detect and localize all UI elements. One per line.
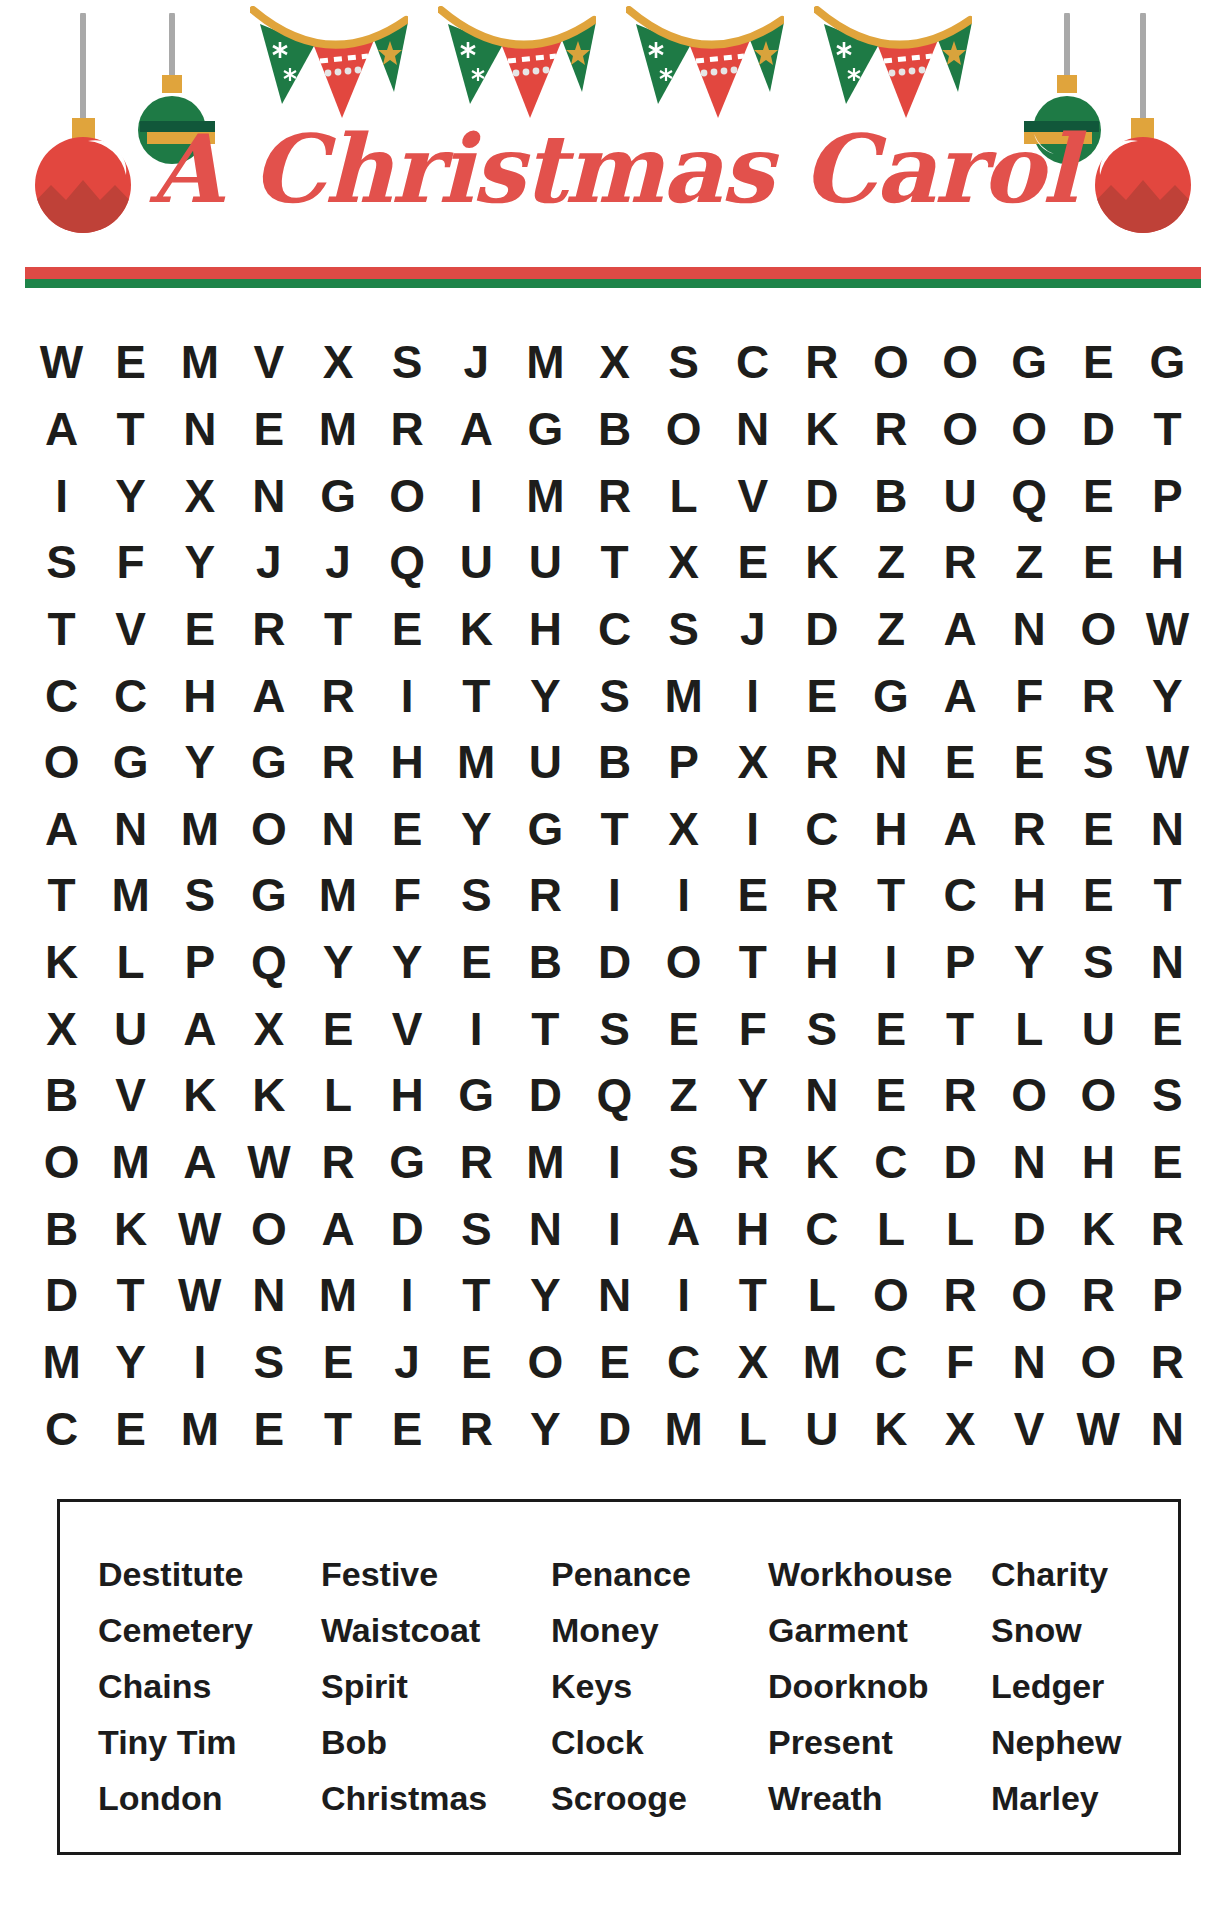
grid-cell[interactable]: A — [303, 1195, 372, 1262]
grid-cell[interactable]: W — [1133, 596, 1202, 663]
grid-cell[interactable]: L — [303, 1062, 372, 1129]
grid-cell[interactable]: U — [926, 462, 995, 529]
grid-cell[interactable]: Y — [165, 529, 234, 596]
grid-cell[interactable]: Y — [303, 929, 372, 996]
grid-cell[interactable]: E — [1133, 1129, 1202, 1196]
grid-cell[interactable]: N — [1133, 796, 1202, 863]
grid-cell[interactable]: K — [96, 1195, 165, 1262]
grid-cell[interactable]: R — [442, 1129, 511, 1196]
grid-cell[interactable]: X — [234, 995, 303, 1062]
grid-cell[interactable]: H — [1133, 529, 1202, 596]
grid-cell[interactable]: O — [926, 396, 995, 463]
grid-cell[interactable]: L — [926, 1195, 995, 1262]
grid-cell[interactable]: C — [27, 662, 96, 729]
grid-cell[interactable]: E — [442, 1329, 511, 1396]
grid-cell[interactable]: I — [718, 662, 787, 729]
grid-cell[interactable]: E — [303, 995, 372, 1062]
grid-cell[interactable]: F — [926, 1329, 995, 1396]
grid-cell[interactable]: T — [27, 596, 96, 663]
grid-cell[interactable]: K — [787, 396, 856, 463]
grid-cell[interactable]: N — [234, 462, 303, 529]
grid-cell[interactable]: E — [373, 596, 442, 663]
grid-cell[interactable]: I — [649, 1262, 718, 1329]
grid-cell[interactable]: R — [856, 396, 925, 463]
grid-cell[interactable]: E — [580, 1329, 649, 1396]
grid-cell[interactable]: H — [718, 1195, 787, 1262]
grid-cell[interactable]: T — [96, 396, 165, 463]
grid-cell[interactable]: O — [995, 1262, 1064, 1329]
word-bank-item[interactable]: Garment — [768, 1602, 991, 1658]
grid-cell[interactable]: Y — [995, 929, 1064, 996]
grid-cell[interactable]: H — [165, 662, 234, 729]
grid-cell[interactable]: Y — [373, 929, 442, 996]
grid-cell[interactable]: V — [96, 596, 165, 663]
grid-cell[interactable]: T — [96, 1262, 165, 1329]
grid-cell[interactable]: G — [856, 662, 925, 729]
grid-cell[interactable]: Q — [373, 529, 442, 596]
grid-cell[interactable]: K — [234, 1062, 303, 1129]
grid-cell[interactable]: T — [27, 862, 96, 929]
grid-cell[interactable]: G — [234, 729, 303, 796]
grid-cell[interactable]: D — [373, 1195, 442, 1262]
grid-cell[interactable]: D — [27, 1262, 96, 1329]
grid-cell[interactable]: R — [718, 1129, 787, 1196]
grid-cell[interactable]: D — [787, 596, 856, 663]
grid-cell[interactable]: M — [303, 1262, 372, 1329]
grid-cell[interactable]: R — [926, 529, 995, 596]
grid-cell[interactable]: M — [165, 329, 234, 396]
grid-cell[interactable]: E — [856, 1062, 925, 1129]
grid-cell[interactable]: N — [718, 396, 787, 463]
grid-cell[interactable]: I — [718, 796, 787, 863]
grid-cell[interactable]: V — [718, 462, 787, 529]
grid-cell[interactable]: D — [995, 1195, 1064, 1262]
grid-cell[interactable]: T — [511, 995, 580, 1062]
grid-cell[interactable]: Y — [511, 662, 580, 729]
grid-cell[interactable]: T — [442, 1262, 511, 1329]
grid-cell[interactable]: M — [27, 1329, 96, 1396]
grid-cell[interactable]: O — [511, 1329, 580, 1396]
grid-cell[interactable]: S — [165, 862, 234, 929]
grid-cell[interactable]: E — [649, 995, 718, 1062]
grid-cell[interactable]: R — [995, 796, 1064, 863]
grid-cell[interactable]: G — [511, 396, 580, 463]
grid-cell[interactable]: X — [926, 1395, 995, 1462]
grid-cell[interactable]: L — [787, 1262, 856, 1329]
grid-cell[interactable]: M — [96, 862, 165, 929]
grid-cell[interactable]: T — [856, 862, 925, 929]
grid-cell[interactable]: P — [926, 929, 995, 996]
grid-cell[interactable]: V — [373, 995, 442, 1062]
grid-cell[interactable]: V — [234, 329, 303, 396]
grid-cell[interactable]: X — [649, 796, 718, 863]
grid-cell[interactable]: K — [787, 1129, 856, 1196]
grid-cell[interactable]: K — [165, 1062, 234, 1129]
grid-cell[interactable]: E — [373, 1395, 442, 1462]
grid-cell[interactable]: O — [926, 329, 995, 396]
grid-cell[interactable]: A — [442, 396, 511, 463]
grid-cell[interactable]: X — [165, 462, 234, 529]
grid-cell[interactable]: T — [1133, 862, 1202, 929]
grid-cell[interactable]: H — [1064, 1129, 1133, 1196]
grid-cell[interactable]: N — [234, 1262, 303, 1329]
grid-cell[interactable]: D — [580, 1395, 649, 1462]
grid-cell[interactable]: G — [96, 729, 165, 796]
grid-cell[interactable]: O — [995, 1062, 1064, 1129]
grid-cell[interactable]: G — [234, 862, 303, 929]
grid-cell[interactable]: K — [442, 596, 511, 663]
grid-cell[interactable]: T — [303, 1395, 372, 1462]
grid-cell[interactable]: O — [1064, 596, 1133, 663]
grid-cell[interactable]: H — [787, 929, 856, 996]
grid-cell[interactable]: Y — [442, 796, 511, 863]
grid-cell[interactable]: E — [234, 1395, 303, 1462]
grid-cell[interactable]: Z — [649, 1062, 718, 1129]
grid-cell[interactable]: N — [580, 1262, 649, 1329]
grid-cell[interactable]: E — [856, 995, 925, 1062]
grid-cell[interactable]: U — [511, 529, 580, 596]
grid-cell[interactable]: M — [511, 329, 580, 396]
grid-cell[interactable]: Q — [995, 462, 1064, 529]
grid-cell[interactable]: Y — [96, 1329, 165, 1396]
grid-cell[interactable]: L — [649, 462, 718, 529]
grid-cell[interactable]: N — [856, 729, 925, 796]
grid-cell[interactable]: W — [165, 1262, 234, 1329]
grid-cell[interactable]: K — [856, 1395, 925, 1462]
grid-cell[interactable]: E — [787, 662, 856, 729]
grid-cell[interactable]: M — [787, 1329, 856, 1396]
grid-cell[interactable]: S — [373, 329, 442, 396]
grid-cell[interactable]: S — [649, 329, 718, 396]
grid-cell[interactable]: T — [718, 929, 787, 996]
grid-cell[interactable]: O — [234, 796, 303, 863]
grid-cell[interactable]: Z — [995, 529, 1064, 596]
grid-cell[interactable]: T — [442, 662, 511, 729]
grid-cell[interactable]: N — [303, 796, 372, 863]
word-bank-item[interactable]: Wreath — [768, 1770, 991, 1826]
grid-cell[interactable]: D — [511, 1062, 580, 1129]
grid-cell[interactable]: G — [303, 462, 372, 529]
grid-cell[interactable]: A — [165, 1129, 234, 1196]
grid-cell[interactable]: O — [1064, 1062, 1133, 1129]
word-bank-item[interactable]: Workhouse — [768, 1546, 991, 1602]
grid-cell[interactable]: S — [442, 862, 511, 929]
grid-cell[interactable]: N — [165, 396, 234, 463]
grid-cell[interactable]: R — [1133, 1195, 1202, 1262]
grid-cell[interactable]: S — [649, 1129, 718, 1196]
grid-cell[interactable]: I — [580, 862, 649, 929]
word-bank-item[interactable]: Present — [768, 1714, 991, 1770]
grid-cell[interactable]: C — [718, 329, 787, 396]
grid-cell[interactable]: F — [718, 995, 787, 1062]
grid-cell[interactable]: H — [373, 729, 442, 796]
grid-cell[interactable]: O — [373, 462, 442, 529]
grid-cell[interactable]: I — [856, 929, 925, 996]
grid-cell[interactable]: E — [995, 729, 1064, 796]
grid-cell[interactable]: R — [1064, 662, 1133, 729]
grid-cell[interactable]: N — [995, 596, 1064, 663]
word-bank-item[interactable]: Scrooge — [551, 1770, 768, 1826]
grid-cell[interactable]: C — [787, 1195, 856, 1262]
grid-cell[interactable]: R — [511, 862, 580, 929]
grid-cell[interactable]: E — [926, 729, 995, 796]
grid-cell[interactable]: A — [27, 396, 96, 463]
grid-cell[interactable]: R — [580, 462, 649, 529]
grid-cell[interactable]: G — [1133, 329, 1202, 396]
grid-cell[interactable]: Z — [856, 529, 925, 596]
grid-cell[interactable]: E — [303, 1329, 372, 1396]
grid-cell[interactable]: I — [442, 462, 511, 529]
grid-cell[interactable]: L — [856, 1195, 925, 1262]
grid-cell[interactable]: L — [718, 1395, 787, 1462]
grid-cell[interactable]: O — [1064, 1329, 1133, 1396]
grid-cell[interactable]: P — [165, 929, 234, 996]
grid-cell[interactable]: S — [234, 1329, 303, 1396]
grid-cell[interactable]: W — [27, 329, 96, 396]
grid-cell[interactable]: M — [96, 1129, 165, 1196]
word-bank-item[interactable]: Nephew — [991, 1714, 1168, 1770]
grid-cell[interactable]: H — [373, 1062, 442, 1129]
word-bank-item[interactable]: Tiny Tim — [98, 1714, 321, 1770]
grid-cell[interactable]: O — [27, 729, 96, 796]
grid-cell[interactable]: G — [995, 329, 1064, 396]
grid-cell[interactable]: L — [96, 929, 165, 996]
grid-cell[interactable]: J — [303, 529, 372, 596]
grid-cell[interactable]: N — [787, 1062, 856, 1129]
grid-cell[interactable]: E — [442, 929, 511, 996]
grid-cell[interactable]: C — [649, 1329, 718, 1396]
word-bank-item[interactable]: Ledger — [991, 1658, 1168, 1714]
word-bank-item[interactable]: Spirit — [321, 1658, 551, 1714]
grid-cell[interactable]: S — [580, 995, 649, 1062]
grid-cell[interactable]: T — [580, 529, 649, 596]
grid-cell[interactable]: I — [27, 462, 96, 529]
grid-cell[interactable]: M — [303, 396, 372, 463]
grid-cell[interactable]: U — [511, 729, 580, 796]
grid-cell[interactable]: L — [995, 995, 1064, 1062]
grid-cell[interactable]: T — [718, 1262, 787, 1329]
grid-cell[interactable]: X — [303, 329, 372, 396]
grid-cell[interactable]: M — [511, 1129, 580, 1196]
grid-cell[interactable]: A — [234, 662, 303, 729]
grid-cell[interactable]: B — [856, 462, 925, 529]
word-bank-item[interactable]: Destitute — [98, 1546, 321, 1602]
grid-cell[interactable]: G — [373, 1129, 442, 1196]
grid-cell[interactable]: M — [165, 1395, 234, 1462]
word-bank-item[interactable]: Penance — [551, 1546, 768, 1602]
grid-cell[interactable]: A — [165, 995, 234, 1062]
grid-cell[interactable]: F — [96, 529, 165, 596]
grid-cell[interactable]: E — [1064, 529, 1133, 596]
grid-cell[interactable]: N — [1133, 929, 1202, 996]
grid-cell[interactable]: N — [511, 1195, 580, 1262]
grid-cell[interactable]: C — [926, 862, 995, 929]
grid-cell[interactable]: Y — [165, 729, 234, 796]
grid-cell[interactable]: X — [27, 995, 96, 1062]
grid-cell[interactable]: Q — [580, 1062, 649, 1129]
grid-cell[interactable]: V — [995, 1395, 1064, 1462]
grid-cell[interactable]: J — [373, 1329, 442, 1396]
grid-cell[interactable]: F — [995, 662, 1064, 729]
grid-cell[interactable]: P — [1133, 462, 1202, 529]
word-bank-item[interactable]: Snow — [991, 1602, 1168, 1658]
grid-cell[interactable]: V — [96, 1062, 165, 1129]
grid-cell[interactable]: Q — [234, 929, 303, 996]
word-bank-item[interactable]: London — [98, 1770, 321, 1826]
grid-cell[interactable]: R — [787, 329, 856, 396]
grid-cell[interactable]: J — [442, 329, 511, 396]
grid-cell[interactable]: Y — [718, 1062, 787, 1129]
grid-cell[interactable]: E — [96, 329, 165, 396]
grid-cell[interactable]: B — [27, 1195, 96, 1262]
grid-cell[interactable]: D — [926, 1129, 995, 1196]
grid-cell[interactable]: W — [1133, 729, 1202, 796]
grid-cell[interactable]: D — [787, 462, 856, 529]
grid-cell[interactable]: S — [580, 662, 649, 729]
grid-cell[interactable]: O — [995, 396, 1064, 463]
grid-cell[interactable]: O — [649, 929, 718, 996]
grid-cell[interactable]: E — [1064, 862, 1133, 929]
grid-cell[interactable]: M — [511, 462, 580, 529]
grid-cell[interactable]: C — [27, 1395, 96, 1462]
grid-cell[interactable]: W — [1064, 1395, 1133, 1462]
grid-cell[interactable]: H — [511, 596, 580, 663]
grid-cell[interactable]: B — [580, 396, 649, 463]
grid-cell[interactable]: E — [1064, 329, 1133, 396]
grid-cell[interactable]: R — [234, 596, 303, 663]
grid-cell[interactable]: R — [303, 662, 372, 729]
grid-cell[interactable]: W — [234, 1129, 303, 1196]
grid-cell[interactable]: D — [1064, 396, 1133, 463]
grid-cell[interactable]: P — [1133, 1262, 1202, 1329]
grid-cell[interactable]: O — [27, 1129, 96, 1196]
grid-cell[interactable]: C — [856, 1129, 925, 1196]
grid-cell[interactable]: N — [995, 1329, 1064, 1396]
grid-cell[interactable]: P — [649, 729, 718, 796]
grid-cell[interactable]: O — [856, 1262, 925, 1329]
grid-cell[interactable]: R — [442, 1395, 511, 1462]
grid-cell[interactable]: H — [856, 796, 925, 863]
grid-cell[interactable]: S — [787, 995, 856, 1062]
grid-cell[interactable]: G — [442, 1062, 511, 1129]
grid-cell[interactable]: O — [234, 1195, 303, 1262]
grid-cell[interactable]: E — [234, 396, 303, 463]
grid-cell[interactable]: R — [926, 1262, 995, 1329]
grid-cell[interactable]: C — [580, 596, 649, 663]
grid-cell[interactable]: T — [1133, 396, 1202, 463]
grid-cell[interactable]: M — [649, 1395, 718, 1462]
grid-cell[interactable]: A — [649, 1195, 718, 1262]
grid-cell[interactable]: M — [649, 662, 718, 729]
grid-cell[interactable]: X — [718, 1329, 787, 1396]
grid-cell[interactable]: I — [373, 1262, 442, 1329]
grid-cell[interactable]: S — [1064, 729, 1133, 796]
grid-cell[interactable]: U — [1064, 995, 1133, 1062]
grid-cell[interactable]: O — [856, 329, 925, 396]
grid-cell[interactable]: I — [580, 1195, 649, 1262]
grid-cell[interactable]: S — [1133, 1062, 1202, 1129]
grid-cell[interactable]: R — [787, 729, 856, 796]
grid-cell[interactable]: S — [27, 529, 96, 596]
grid-cell[interactable]: Y — [511, 1262, 580, 1329]
word-bank-item[interactable]: Festive — [321, 1546, 551, 1602]
grid-cell[interactable]: G — [511, 796, 580, 863]
grid-cell[interactable]: J — [718, 596, 787, 663]
word-bank-item[interactable]: Clock — [551, 1714, 768, 1770]
grid-cell[interactable]: K — [27, 929, 96, 996]
grid-cell[interactable]: E — [1133, 995, 1202, 1062]
grid-cell[interactable]: I — [580, 1129, 649, 1196]
word-bank-item[interactable]: Money — [551, 1602, 768, 1658]
grid-cell[interactable]: R — [1064, 1262, 1133, 1329]
grid-cell[interactable]: I — [165, 1329, 234, 1396]
grid-cell[interactable]: E — [718, 862, 787, 929]
grid-cell[interactable]: R — [373, 396, 442, 463]
grid-cell[interactable]: T — [926, 995, 995, 1062]
grid-cell[interactable]: I — [442, 995, 511, 1062]
word-bank-item[interactable]: Doorknob — [768, 1658, 991, 1714]
grid-cell[interactable]: R — [926, 1062, 995, 1129]
grid-cell[interactable]: E — [373, 796, 442, 863]
grid-cell[interactable]: A — [926, 662, 995, 729]
grid-cell[interactable]: U — [96, 995, 165, 1062]
grid-cell[interactable]: Y — [96, 462, 165, 529]
grid-cell[interactable]: W — [165, 1195, 234, 1262]
word-bank-item[interactable]: Bob — [321, 1714, 551, 1770]
grid-cell[interactable]: F — [373, 862, 442, 929]
grid-cell[interactable]: M — [442, 729, 511, 796]
grid-cell[interactable]: B — [511, 929, 580, 996]
word-bank-item[interactable]: Keys — [551, 1658, 768, 1714]
word-bank-item[interactable]: Cemetery — [98, 1602, 321, 1658]
grid-cell[interactable]: A — [926, 796, 995, 863]
grid-cell[interactable]: D — [580, 929, 649, 996]
word-bank-item[interactable]: Christmas — [321, 1770, 551, 1826]
grid-cell[interactable]: E — [96, 1395, 165, 1462]
grid-cell[interactable]: M — [303, 862, 372, 929]
word-bank-item[interactable]: Charity — [991, 1546, 1168, 1602]
grid-cell[interactable]: X — [580, 329, 649, 396]
word-bank-item[interactable]: Waistcoat — [321, 1602, 551, 1658]
grid-cell[interactable]: K — [1064, 1195, 1133, 1262]
grid-cell[interactable]: N — [1133, 1395, 1202, 1462]
grid-cell[interactable]: M — [165, 796, 234, 863]
grid-cell[interactable]: X — [718, 729, 787, 796]
grid-cell[interactable]: I — [649, 862, 718, 929]
grid-cell[interactable]: Y — [1133, 662, 1202, 729]
grid-cell[interactable]: S — [442, 1195, 511, 1262]
grid-cell[interactable]: O — [649, 396, 718, 463]
grid-cell[interactable]: A — [926, 596, 995, 663]
grid-cell[interactable]: X — [649, 529, 718, 596]
grid-cell[interactable]: S — [649, 596, 718, 663]
word-bank-item[interactable]: Chains — [98, 1658, 321, 1714]
grid-cell[interactable]: N — [995, 1129, 1064, 1196]
grid-cell[interactable]: R — [303, 1129, 372, 1196]
grid-cell[interactable]: T — [580, 796, 649, 863]
word-bank-item[interactable]: Marley — [991, 1770, 1168, 1826]
grid-cell[interactable]: H — [995, 862, 1064, 929]
grid-cell[interactable]: C — [856, 1329, 925, 1396]
grid-cell[interactable]: E — [1064, 796, 1133, 863]
grid-cell[interactable]: I — [373, 662, 442, 729]
grid-cell[interactable]: N — [96, 796, 165, 863]
grid-cell[interactable]: E — [1064, 462, 1133, 529]
grid-cell[interactable]: B — [580, 729, 649, 796]
grid-cell[interactable]: E — [718, 529, 787, 596]
grid-cell[interactable]: R — [787, 862, 856, 929]
grid-cell[interactable]: E — [165, 596, 234, 663]
